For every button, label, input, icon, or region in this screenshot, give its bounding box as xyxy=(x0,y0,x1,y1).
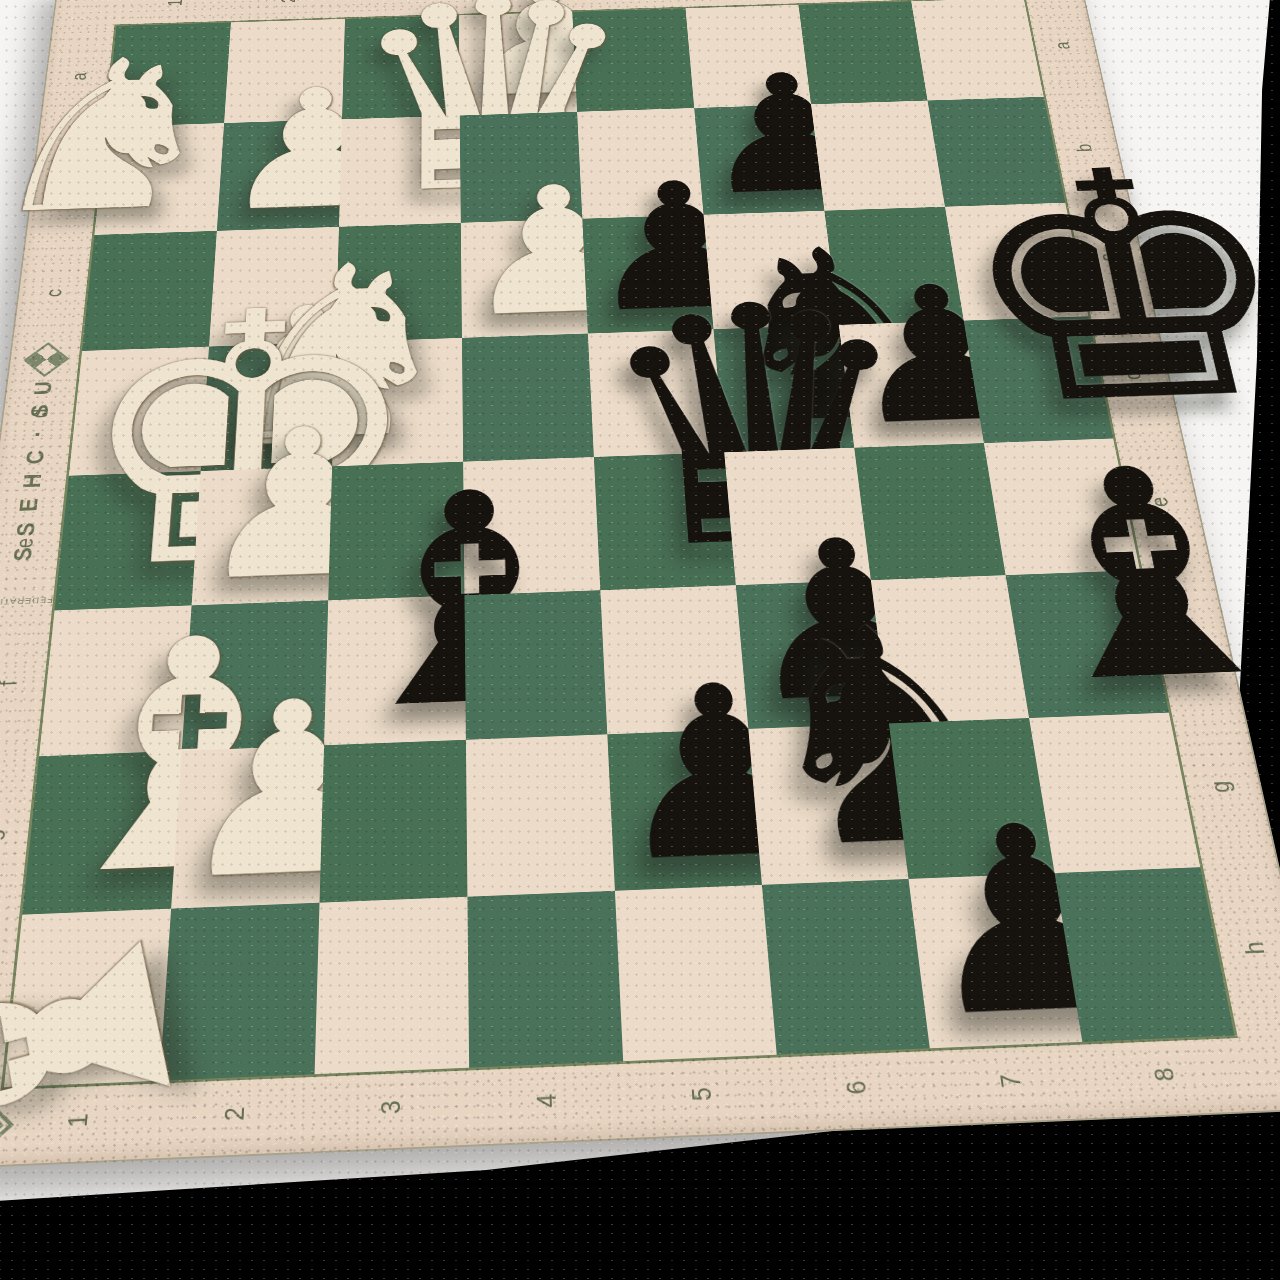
us-chess-letter: U xyxy=(28,381,57,396)
square-h1 xyxy=(4,909,171,1088)
piece-white-pawn: ♟ xyxy=(458,0,577,113)
square-c2 xyxy=(209,227,339,347)
square-g5: ♟ xyxy=(607,729,762,891)
square-d2: ♟ xyxy=(201,342,336,471)
square-b1: ♞ xyxy=(94,123,224,235)
square-e3 xyxy=(328,462,464,601)
square-e1: ♚ xyxy=(55,471,201,610)
square-f4 xyxy=(464,590,607,740)
square-d7: ♟ xyxy=(839,321,984,448)
square-e6 xyxy=(724,448,871,585)
square-c8 xyxy=(945,203,1088,321)
square-a2 xyxy=(224,19,345,123)
square-h7: ♟ xyxy=(908,873,1082,1048)
square-f1 xyxy=(39,605,192,756)
us-chess-subtext: FEDERATION xyxy=(0,596,53,607)
square-d3: ♞ xyxy=(332,338,463,466)
square-b2: ♟ xyxy=(217,119,342,231)
square-h6 xyxy=(762,879,930,1055)
square-h8 xyxy=(1055,867,1235,1042)
square-h4 xyxy=(467,891,623,1068)
square-a6 xyxy=(686,5,811,108)
chessboard-wrap: ♟♞♟♛♟♟♟♟♞♞♟♚♚♟♛♝♟♝♝♟♟♞♝♟ 12345678 123456… xyxy=(0,0,1280,1171)
square-d8: ♚ xyxy=(964,316,1113,443)
square-h5 xyxy=(615,885,777,1061)
square-c4: ♟ xyxy=(461,219,588,338)
square-g1: ♝ xyxy=(22,751,182,915)
square-h2: ♝ xyxy=(160,903,320,1081)
square-b3: ♛ xyxy=(339,116,461,227)
us-chess-letter: S xyxy=(8,547,39,562)
square-a7 xyxy=(798,1,927,104)
us-chess-letter: S xyxy=(25,404,55,418)
square-b5 xyxy=(577,108,703,219)
square-e5: ♛ xyxy=(594,452,736,590)
square-g8 xyxy=(1029,713,1200,873)
square-f7 xyxy=(871,575,1029,723)
square-a5 xyxy=(572,8,694,111)
square-f6: ♟ xyxy=(736,580,889,729)
square-g6: ♞ xyxy=(748,723,908,884)
square-h3 xyxy=(315,897,470,1074)
square-b6: ♟ xyxy=(694,104,824,214)
square-f8: ♝ xyxy=(1006,570,1169,718)
square-g2: ♟ xyxy=(171,745,324,908)
square-b4 xyxy=(460,112,583,223)
us-chess-diamond-icon xyxy=(26,345,65,375)
square-e8 xyxy=(984,438,1140,575)
square-g7 xyxy=(889,718,1055,879)
square-e4 xyxy=(463,457,600,595)
us-chess-letter: H xyxy=(17,473,47,488)
square-c1 xyxy=(82,231,217,351)
square-f3: ♝ xyxy=(324,595,466,745)
square-c6 xyxy=(704,211,839,329)
square-a4: ♟ xyxy=(459,12,577,116)
us-chess-letter: · xyxy=(23,430,52,437)
square-d1 xyxy=(69,347,209,476)
us-chess-letter: E xyxy=(14,498,44,513)
square-d4 xyxy=(462,334,594,462)
square-c5: ♟ xyxy=(582,215,713,334)
playing-area: ♟♞♟♛♟♟♟♟♞♞♟♚♚♟♛♝♟♝♝♟♟♞♝♟ xyxy=(4,0,1234,1087)
square-c3 xyxy=(336,223,462,342)
chessboard: ♟♞♟♛♟♟♟♟♞♞♟♚♚♟♛♝♟♝♝♟♟♞♝♟ 12345678 123456… xyxy=(0,0,1280,1171)
square-g4 xyxy=(466,734,615,896)
square-b8 xyxy=(928,97,1066,207)
square-a1 xyxy=(106,22,231,126)
square-g3 xyxy=(320,740,468,903)
us-chess-letter: C xyxy=(19,450,49,465)
square-d6: ♞ xyxy=(713,325,854,452)
square-f2 xyxy=(182,600,328,750)
square-d5 xyxy=(588,329,724,457)
us-chess-corner-logo-icon xyxy=(0,1085,4,1170)
square-e7 xyxy=(854,443,1005,580)
square-a8 xyxy=(911,0,1044,101)
square-f5 xyxy=(600,585,748,734)
square-e2: ♟ xyxy=(192,466,332,605)
us-chess-letter: S xyxy=(11,522,42,537)
square-b7 xyxy=(811,101,945,211)
square-a3 xyxy=(342,15,460,119)
square-c7 xyxy=(824,207,963,325)
